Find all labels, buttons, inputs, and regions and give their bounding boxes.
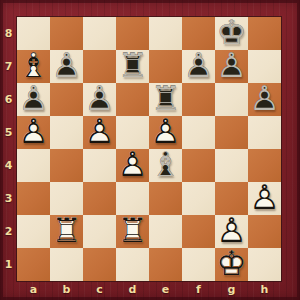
piece-glyph-fill: ♜	[116, 214, 149, 247]
rank-label: 4	[0, 149, 17, 182]
piece-glyph-fill: ♚	[215, 16, 248, 49]
piece-glyph-outline: ♙	[248, 181, 281, 214]
square-h2[interactable]	[248, 215, 281, 248]
square-a8[interactable]	[17, 17, 50, 50]
piece-glyph-outline: ♙	[215, 214, 248, 247]
piece-black-pawn[interactable]: ♟♙	[215, 50, 248, 83]
square-g5[interactable]	[215, 116, 248, 149]
piece-glyph-outline: ♗	[17, 49, 50, 82]
square-h3[interactable]: ♟♙	[248, 182, 281, 215]
square-e5[interactable]: ♟♙	[149, 116, 182, 149]
piece-glyph-outline: ♙	[83, 82, 116, 115]
square-b4[interactable]	[50, 149, 83, 182]
piece-glyph-outline: ♙	[149, 115, 182, 148]
piece-glyph-fill: ♜	[116, 49, 149, 82]
piece-white-bishop[interactable]: ♝♗	[17, 50, 50, 83]
square-a7[interactable]: ♝♗	[17, 50, 50, 83]
piece-white-pawn[interactable]: ♟♙	[17, 116, 50, 149]
piece-glyph-outline: ♙	[17, 115, 50, 148]
square-f8[interactable]	[182, 17, 215, 50]
piece-glyph-outline: ♔	[215, 247, 248, 280]
piece-glyph-fill: ♜	[50, 214, 83, 247]
square-b2[interactable]: ♜♖	[50, 215, 83, 248]
piece-glyph-outline: ♖	[50, 214, 83, 247]
piece-glyph-outline: ♙	[182, 49, 215, 82]
square-e2[interactable]	[149, 215, 182, 248]
square-a4[interactable]	[17, 149, 50, 182]
piece-black-pawn[interactable]: ♟♙	[50, 50, 83, 83]
square-e7[interactable]	[149, 50, 182, 83]
piece-glyph-fill: ♟	[215, 49, 248, 82]
file-label: a	[17, 281, 50, 300]
square-g7[interactable]: ♟♙	[215, 50, 248, 83]
square-a6[interactable]: ♟♙	[17, 83, 50, 116]
piece-glyph-fill: ♟	[182, 49, 215, 82]
square-d2[interactable]: ♜♖	[116, 215, 149, 248]
square-e4[interactable]: ♝♗	[149, 149, 182, 182]
rank-label: 5	[0, 116, 17, 149]
file-label: c	[83, 281, 116, 300]
square-f3[interactable]	[182, 182, 215, 215]
rank-label: 6	[0, 83, 17, 116]
square-f4[interactable]	[182, 149, 215, 182]
square-c5[interactable]: ♟♙	[83, 116, 116, 149]
square-e3[interactable]	[149, 182, 182, 215]
square-b8[interactable]	[50, 17, 83, 50]
square-g1[interactable]: ♚♔	[215, 248, 248, 281]
square-f7[interactable]: ♟♙	[182, 50, 215, 83]
chess-board-frame: ♚♔♝♗♟♙♜♖♟♙♟♙♟♙♟♙♜♖♟♙♟♙♟♙♟♙♟♙♝♗♟♙♜♖♜♖♟♙♚♔…	[0, 0, 300, 300]
square-d6[interactable]	[116, 83, 149, 116]
rank-label: 8	[0, 17, 17, 50]
square-b1[interactable]	[50, 248, 83, 281]
square-c2[interactable]	[83, 215, 116, 248]
piece-black-rook[interactable]: ♜♖	[149, 83, 182, 116]
piece-black-bishop[interactable]: ♝♗	[149, 149, 182, 182]
piece-white-pawn[interactable]: ♟♙	[116, 149, 149, 182]
piece-glyph-outline: ♖	[149, 82, 182, 115]
rank-label: 2	[0, 215, 17, 248]
square-d1[interactable]	[116, 248, 149, 281]
square-f6[interactable]	[182, 83, 215, 116]
square-e6[interactable]: ♜♖	[149, 83, 182, 116]
piece-glyph-outline: ♙	[50, 49, 83, 82]
piece-black-pawn[interactable]: ♟♙	[17, 83, 50, 116]
square-b3[interactable]	[50, 182, 83, 215]
file-label: f	[182, 281, 215, 300]
piece-glyph-fill: ♟	[17, 115, 50, 148]
piece-white-pawn[interactable]: ♟♙	[149, 116, 182, 149]
square-f2[interactable]	[182, 215, 215, 248]
square-h7[interactable]	[248, 50, 281, 83]
piece-glyph-outline: ♖	[116, 214, 149, 247]
piece-glyph-fill: ♟	[83, 115, 116, 148]
piece-glyph-fill: ♝	[17, 49, 50, 82]
piece-glyph-outline: ♙	[248, 82, 281, 115]
square-a5[interactable]: ♟♙	[17, 116, 50, 149]
piece-black-king[interactable]: ♚♔	[215, 17, 248, 50]
file-label: d	[116, 281, 149, 300]
square-h4[interactable]	[248, 149, 281, 182]
square-g6[interactable]	[215, 83, 248, 116]
piece-glyph-outline: ♗	[149, 148, 182, 181]
piece-glyph-outline: ♙	[83, 115, 116, 148]
square-d5[interactable]	[116, 116, 149, 149]
square-d4[interactable]: ♟♙	[116, 149, 149, 182]
piece-white-pawn[interactable]: ♟♙	[215, 215, 248, 248]
piece-glyph-fill: ♟	[83, 82, 116, 115]
piece-black-pawn[interactable]: ♟♙	[182, 50, 215, 83]
square-g2[interactable]: ♟♙	[215, 215, 248, 248]
piece-glyph-fill: ♜	[149, 82, 182, 115]
square-c7[interactable]	[83, 50, 116, 83]
square-h1[interactable]	[248, 248, 281, 281]
file-label: h	[248, 281, 281, 300]
square-h6[interactable]: ♟♙	[248, 83, 281, 116]
rank-label: 3	[0, 182, 17, 215]
square-g4[interactable]	[215, 149, 248, 182]
square-h5[interactable]	[248, 116, 281, 149]
square-a2[interactable]	[17, 215, 50, 248]
square-a1[interactable]	[17, 248, 50, 281]
square-b6[interactable]	[50, 83, 83, 116]
piece-glyph-fill: ♟	[50, 49, 83, 82]
square-c3[interactable]	[83, 182, 116, 215]
piece-glyph-fill: ♟	[215, 214, 248, 247]
piece-glyph-outline: ♖	[116, 49, 149, 82]
file-label: g	[215, 281, 248, 300]
piece-glyph-fill: ♚	[215, 247, 248, 280]
piece-black-pawn[interactable]: ♟♙	[248, 83, 281, 116]
piece-glyph-fill: ♟	[149, 115, 182, 148]
square-f1[interactable]	[182, 248, 215, 281]
piece-glyph-fill: ♟	[116, 148, 149, 181]
piece-black-pawn[interactable]: ♟♙	[83, 83, 116, 116]
square-c1[interactable]	[83, 248, 116, 281]
file-label: e	[149, 281, 182, 300]
piece-glyph-outline: ♙	[116, 148, 149, 181]
square-g8[interactable]: ♚♔	[215, 17, 248, 50]
piece-white-rook[interactable]: ♜♖	[50, 215, 83, 248]
square-h8[interactable]	[248, 17, 281, 50]
piece-black-rook[interactable]: ♜♖	[116, 50, 149, 83]
square-c4[interactable]	[83, 149, 116, 182]
square-d3[interactable]	[116, 182, 149, 215]
square-c8[interactable]	[83, 17, 116, 50]
square-d7[interactable]: ♜♖	[116, 50, 149, 83]
piece-glyph-outline: ♙	[215, 49, 248, 82]
piece-glyph-outline: ♔	[215, 16, 248, 49]
square-f5[interactable]	[182, 116, 215, 149]
square-b5[interactable]	[50, 116, 83, 149]
piece-white-pawn[interactable]: ♟♙	[83, 116, 116, 149]
rank-label: 1	[0, 248, 17, 281]
square-g3[interactable]	[215, 182, 248, 215]
square-b7[interactable]: ♟♙	[50, 50, 83, 83]
chess-board: ♚♔♝♗♟♙♜♖♟♙♟♙♟♙♟♙♜♖♟♙♟♙♟♙♟♙♟♙♝♗♟♙♜♖♜♖♟♙♚♔	[17, 17, 281, 281]
file-label: b	[50, 281, 83, 300]
piece-glyph-fill: ♝	[149, 148, 182, 181]
piece-white-king[interactable]: ♚♔	[215, 248, 248, 281]
rank-label: 7	[0, 50, 17, 83]
piece-glyph-fill: ♟	[17, 82, 50, 115]
piece-glyph-outline: ♙	[17, 82, 50, 115]
piece-glyph-fill: ♟	[248, 181, 281, 214]
square-d8[interactable]	[116, 17, 149, 50]
piece-glyph-fill: ♟	[248, 82, 281, 115]
piece-white-pawn[interactable]: ♟♙	[248, 182, 281, 215]
piece-white-rook[interactable]: ♜♖	[116, 215, 149, 248]
square-c6[interactable]: ♟♙	[83, 83, 116, 116]
square-e8[interactable]	[149, 17, 182, 50]
square-e1[interactable]	[149, 248, 182, 281]
square-a3[interactable]	[17, 182, 50, 215]
